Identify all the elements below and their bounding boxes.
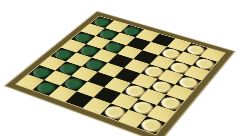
checkers-board: ●●●●●●●●●●●●●●●●●●●●●●●● xyxy=(6,12,233,136)
board-grid: ●●●●●●●●●●●●●●●●●●●●●●●● xyxy=(17,16,225,134)
checkers-set-photo: ●●●●●●●●●●●●●●●●●●●●●●●● xyxy=(0,0,250,136)
board-scene: ●●●●●●●●●●●●●●●●●●●●●●●● xyxy=(0,0,250,136)
